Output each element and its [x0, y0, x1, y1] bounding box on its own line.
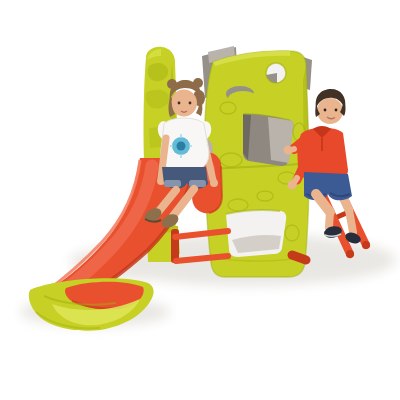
product-photo [0, 0, 400, 400]
tower-hole-bottom [226, 210, 286, 257]
playset-illustration [0, 0, 400, 400]
tower-hole-middle [243, 114, 293, 166]
tower-hole-top [266, 63, 286, 83]
